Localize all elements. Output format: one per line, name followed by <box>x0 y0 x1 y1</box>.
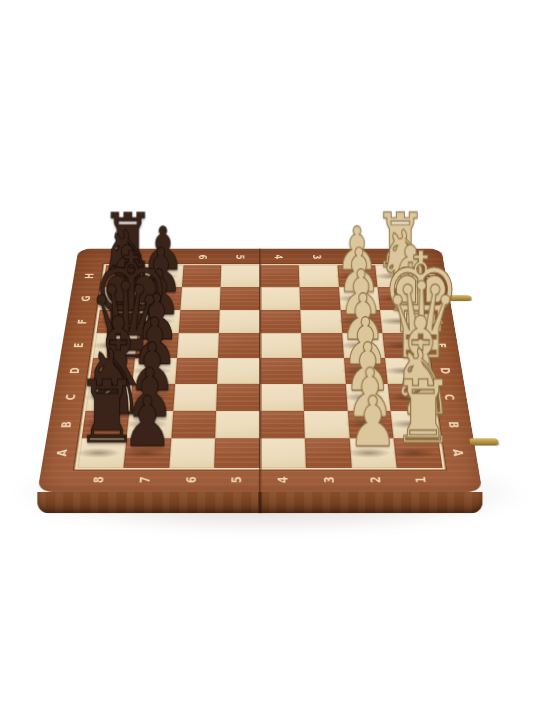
square-a5 <box>214 439 260 468</box>
brass-latch-icon <box>469 438 498 445</box>
square-d3 <box>302 358 346 384</box>
square-g5 <box>220 287 260 310</box>
fold-seam <box>258 249 261 492</box>
square-e4 <box>260 333 302 358</box>
square-a4 <box>260 439 306 468</box>
chess-board: 87654321 87654321 HGFEDCBA HGFEDCBA ♜♟♟♜… <box>37 249 482 492</box>
square-a3 <box>305 439 352 468</box>
square-b5 <box>215 410 260 438</box>
square-d5 <box>217 358 260 384</box>
square-b3 <box>304 410 350 438</box>
square-b4 <box>260 410 305 438</box>
square-h4 <box>260 265 299 287</box>
square-d4 <box>260 358 303 384</box>
square-e6 <box>177 333 220 358</box>
square-a6 <box>169 439 216 468</box>
piece-white-rook: ♜ <box>392 370 444 457</box>
scene: 87654321 87654321 HGFEDCBA HGFEDCBA ♜♟♟♜… <box>60 158 460 558</box>
rank-label-5: 5 <box>225 247 256 268</box>
rank-label-6: 6 <box>187 247 218 268</box>
rank-label-3: 3 <box>302 247 333 268</box>
square-d6 <box>175 358 219 384</box>
fold-seam-side <box>258 492 261 513</box>
product-photo: 87654321 87654321 HGFEDCBA HGFEDCBA ♜♟♟♜… <box>0 0 540 720</box>
square-g6 <box>180 287 221 310</box>
square-h5 <box>221 265 260 287</box>
square-e5 <box>218 333 260 358</box>
square-b6 <box>171 410 217 438</box>
piece-black-pawn: ♟ <box>121 387 173 456</box>
rank-label-4: 4 <box>264 247 295 268</box>
square-h6 <box>182 265 222 287</box>
piece-black-rook: ♜ <box>76 370 128 457</box>
square-g4 <box>260 287 300 310</box>
